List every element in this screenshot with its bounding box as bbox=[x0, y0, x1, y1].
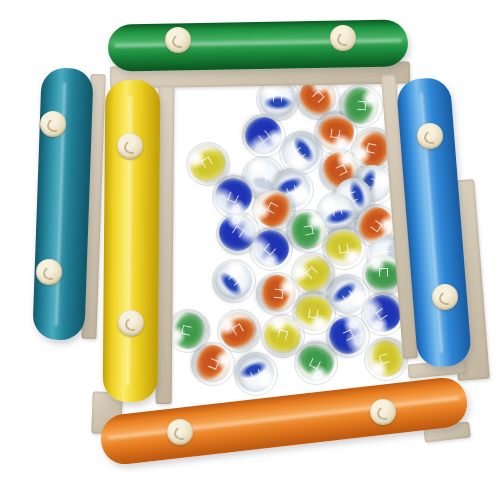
peg-on-orange-stick bbox=[370, 399, 396, 425]
peg-on-green-stick bbox=[165, 27, 191, 53]
marble-game-photo bbox=[0, 0, 500, 500]
marble-clearblue bbox=[231, 349, 279, 397]
peg-on-blue-stick bbox=[432, 284, 458, 310]
peg-on-blue-stick bbox=[417, 123, 443, 149]
peg-on-teal-stick bbox=[36, 259, 62, 285]
stick-yellow bbox=[103, 80, 161, 402]
peg-on-green-stick bbox=[330, 25, 356, 51]
stick-green bbox=[108, 19, 409, 71]
peg-on-orange-stick bbox=[167, 419, 193, 445]
peg-on-yellow-stick bbox=[118, 310, 144, 336]
marble-clearblue bbox=[207, 254, 259, 306]
stick-teal bbox=[32, 67, 93, 341]
peg-on-teal-stick bbox=[40, 111, 66, 137]
peg-on-yellow-stick bbox=[117, 133, 143, 159]
